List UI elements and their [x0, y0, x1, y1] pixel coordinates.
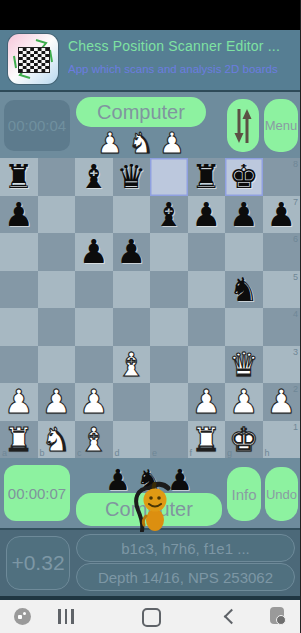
- black-king[interactable]: ♚: [225, 158, 263, 196]
- assistant-bubble-icon[interactable]: [14, 608, 31, 625]
- white-rook[interactable]: ♜: [188, 421, 226, 459]
- square-c8[interactable]: ♝: [75, 158, 113, 196]
- captured-white-pieces-tray: ♟♞♟: [76, 122, 206, 158]
- black-clock-value: 00:00:04: [8, 117, 66, 134]
- captured-white-knight: ♞: [128, 129, 154, 158]
- square-f7[interactable]: ♟: [188, 196, 226, 234]
- pumpkin-reaper-icon: [130, 480, 174, 532]
- black-bishop[interactable]: ♝: [150, 196, 188, 234]
- square-e1[interactable]: e: [150, 421, 188, 459]
- info-label: Info: [231, 486, 256, 503]
- square-d5[interactable]: [113, 271, 151, 309]
- square-f8[interactable]: ♜: [188, 158, 226, 196]
- square-c6[interactable]: ♟: [75, 233, 113, 271]
- black-pawn[interactable]: ♟: [263, 196, 301, 234]
- square-c3[interactable]: [75, 346, 113, 384]
- rank-label-3: 3: [293, 347, 298, 357]
- square-f2[interactable]: ♟: [188, 383, 226, 421]
- banner-subtitle: App which scans and analysis 2D boards: [68, 63, 298, 75]
- square-e2[interactable]: [150, 383, 188, 421]
- black-rook[interactable]: ♜: [188, 158, 226, 196]
- top-control-row: 00:00:04 Computer ♟♞♟ Menu: [0, 92, 300, 158]
- depth-value: Depth 14/16, NPS 253062: [98, 569, 273, 586]
- white-pawn[interactable]: ♟: [0, 383, 38, 421]
- square-b3[interactable]: [38, 346, 76, 384]
- square-a4[interactable]: [0, 308, 38, 346]
- square-d8[interactable]: ♛: [113, 158, 151, 196]
- mini-chessboard: [18, 47, 50, 73]
- square-h6[interactable]: 6: [263, 233, 301, 271]
- square-c4[interactable]: [75, 308, 113, 346]
- black-queen[interactable]: ♛: [113, 158, 151, 196]
- white-queen[interactable]: ♛: [225, 346, 263, 384]
- square-a8[interactable]: ♜: [0, 158, 38, 196]
- black-pawn[interactable]: ♟: [188, 196, 226, 234]
- square-a6[interactable]: [0, 233, 38, 271]
- white-pawn[interactable]: ♟: [188, 383, 226, 421]
- square-e4[interactable]: [150, 308, 188, 346]
- file-label-d: d: [115, 448, 120, 458]
- square-b6[interactable]: [38, 233, 76, 271]
- undo-button[interactable]: Undo: [265, 467, 298, 521]
- square-d3[interactable]: ♝: [113, 346, 151, 384]
- home-icon[interactable]: [142, 608, 161, 627]
- menu-label: Menu: [265, 118, 298, 133]
- square-d2[interactable]: [113, 383, 151, 421]
- white-knight[interactable]: ♞: [38, 421, 76, 459]
- square-g2[interactable]: ♟: [225, 383, 263, 421]
- square-c5[interactable]: [75, 271, 113, 309]
- swap-arrows-icon: [232, 105, 254, 147]
- game-tools-icon[interactable]: [270, 607, 284, 624]
- black-rook[interactable]: ♜: [0, 158, 38, 196]
- white-bishop[interactable]: ♝: [75, 421, 113, 459]
- square-g5[interactable]: ♞: [225, 271, 263, 309]
- black-pawn[interactable]: ♟: [0, 196, 38, 234]
- app-icon: [8, 34, 58, 84]
- square-c7[interactable]: [75, 196, 113, 234]
- black-clock: 00:00:04: [4, 100, 70, 151]
- white-pawn[interactable]: ♟: [38, 383, 76, 421]
- black-pawn[interactable]: ♟: [113, 233, 151, 271]
- file-label-h: h: [265, 448, 270, 458]
- square-d7[interactable]: [113, 196, 151, 234]
- black-bishop[interactable]: ♝: [75, 158, 113, 196]
- recent-apps-icon[interactable]: [58, 609, 74, 624]
- square-g3[interactable]: ♛: [225, 346, 263, 384]
- square-f6[interactable]: [188, 233, 226, 271]
- square-a2[interactable]: ♟: [0, 383, 38, 421]
- square-b5[interactable]: [38, 271, 76, 309]
- square-h2[interactable]: 2♟: [263, 383, 301, 421]
- square-d1[interactable]: d: [113, 421, 151, 459]
- square-c2[interactable]: ♟: [75, 383, 113, 421]
- chess-board[interactable]: ♜♝♛♜♚8♟♝♟♟7♟♟♟6♞54♝♛3♟♟♟♟♟2♟a♜b♞c♝def♜g♚…: [0, 158, 300, 458]
- square-e8[interactable]: [150, 158, 188, 196]
- square-e3[interactable]: [150, 346, 188, 384]
- file-label-e: e: [152, 448, 157, 458]
- square-d6[interactable]: ♟: [113, 233, 151, 271]
- back-icon[interactable]: [224, 609, 240, 625]
- black-pawn[interactable]: ♟: [225, 196, 263, 234]
- square-h7[interactable]: 7♟: [263, 196, 301, 234]
- white-bishop[interactable]: ♝: [113, 346, 151, 384]
- square-h4[interactable]: 4: [263, 308, 301, 346]
- white-pawn[interactable]: ♟: [263, 383, 301, 421]
- square-a1[interactable]: a♜: [0, 421, 38, 459]
- evaluation-box: +0.32: [6, 536, 70, 590]
- square-f1[interactable]: f♜: [188, 421, 226, 459]
- square-g6[interactable]: [225, 233, 263, 271]
- square-g8[interactable]: ♚: [225, 158, 263, 196]
- square-e5[interactable]: [150, 271, 188, 309]
- captured-black-pawn: ♟: [105, 466, 131, 495]
- bottom-control-row: 00:00:07 ♟♞♟ Computer Info Undo: [0, 458, 300, 528]
- rank-label-5: 5: [293, 272, 298, 282]
- square-c1[interactable]: c♝: [75, 421, 113, 459]
- black-pawn[interactable]: ♟: [75, 233, 113, 271]
- menu-button[interactable]: Menu: [264, 99, 298, 152]
- rank-label-4: 4: [293, 309, 298, 319]
- square-e6[interactable]: [150, 233, 188, 271]
- white-pawn[interactable]: ♟: [75, 383, 113, 421]
- white-clock: 00:00:07: [4, 465, 70, 521]
- rank-label-1: 1: [293, 422, 298, 432]
- banner-title: Chess Position Scanner Editor ...: [68, 38, 296, 54]
- best-line-value: b1c3, h7h6, f1e1 ...: [121, 540, 249, 557]
- square-h3[interactable]: 3: [263, 346, 301, 384]
- android-nav-bar: [0, 600, 300, 633]
- square-b8[interactable]: [38, 158, 76, 196]
- captured-white-pawn: ♟: [159, 129, 185, 158]
- rank-label-8: 8: [293, 159, 298, 169]
- phone-screen: Chess Position Scanner Editor ... App wh…: [0, 0, 300, 633]
- best-line-box: b1c3, h7h6, f1e1 ...: [76, 534, 295, 562]
- square-b1[interactable]: b♞: [38, 421, 76, 459]
- captured-white-pawn: ♟: [97, 129, 123, 158]
- square-a5[interactable]: [0, 271, 38, 309]
- square-g4[interactable]: [225, 308, 263, 346]
- notification-banner[interactable]: Chess Position Scanner Editor ... App wh…: [0, 30, 300, 92]
- square-d4[interactable]: [113, 308, 151, 346]
- evaluation-value: +0.32: [11, 551, 64, 575]
- square-a7[interactable]: ♟: [0, 196, 38, 234]
- black-knight[interactable]: ♞: [225, 271, 263, 309]
- square-e7[interactable]: ♝: [150, 196, 188, 234]
- undo-label: Undo: [266, 487, 297, 502]
- status-bar: [0, 0, 300, 30]
- square-f3[interactable]: [188, 346, 226, 384]
- white-rook[interactable]: ♜: [0, 421, 38, 459]
- swap-sides-button[interactable]: [227, 99, 259, 152]
- square-g1[interactable]: g♚: [225, 421, 263, 459]
- square-a3[interactable]: [0, 346, 38, 384]
- square-g7[interactable]: ♟: [225, 196, 263, 234]
- square-f5[interactable]: [188, 271, 226, 309]
- square-f4[interactable]: [188, 308, 226, 346]
- info-button[interactable]: Info: [227, 467, 261, 521]
- square-h1[interactable]: 1h: [263, 421, 301, 459]
- square-b2[interactable]: ♟: [38, 383, 76, 421]
- rank-label-6: 6: [293, 234, 298, 244]
- square-b7[interactable]: [38, 196, 76, 234]
- square-h8[interactable]: 8: [263, 158, 301, 196]
- white-king[interactable]: ♚: [225, 421, 263, 459]
- square-b4[interactable]: [38, 308, 76, 346]
- depth-box: Depth 14/16, NPS 253062: [76, 563, 295, 591]
- white-pawn[interactable]: ♟: [225, 383, 263, 421]
- white-clock-value: 00:00:07: [8, 485, 66, 502]
- square-h5[interactable]: 5: [263, 271, 301, 309]
- engine-analysis-panel: +0.32 b1c3, h7h6, f1e1 ... Depth 14/16, …: [0, 528, 300, 596]
- black-player-label: Computer: [97, 101, 185, 124]
